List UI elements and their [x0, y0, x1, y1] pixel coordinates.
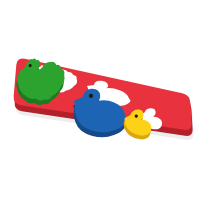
puzzle-scene: [0, 0, 200, 200]
toy-puzzle-photo: [0, 0, 200, 200]
